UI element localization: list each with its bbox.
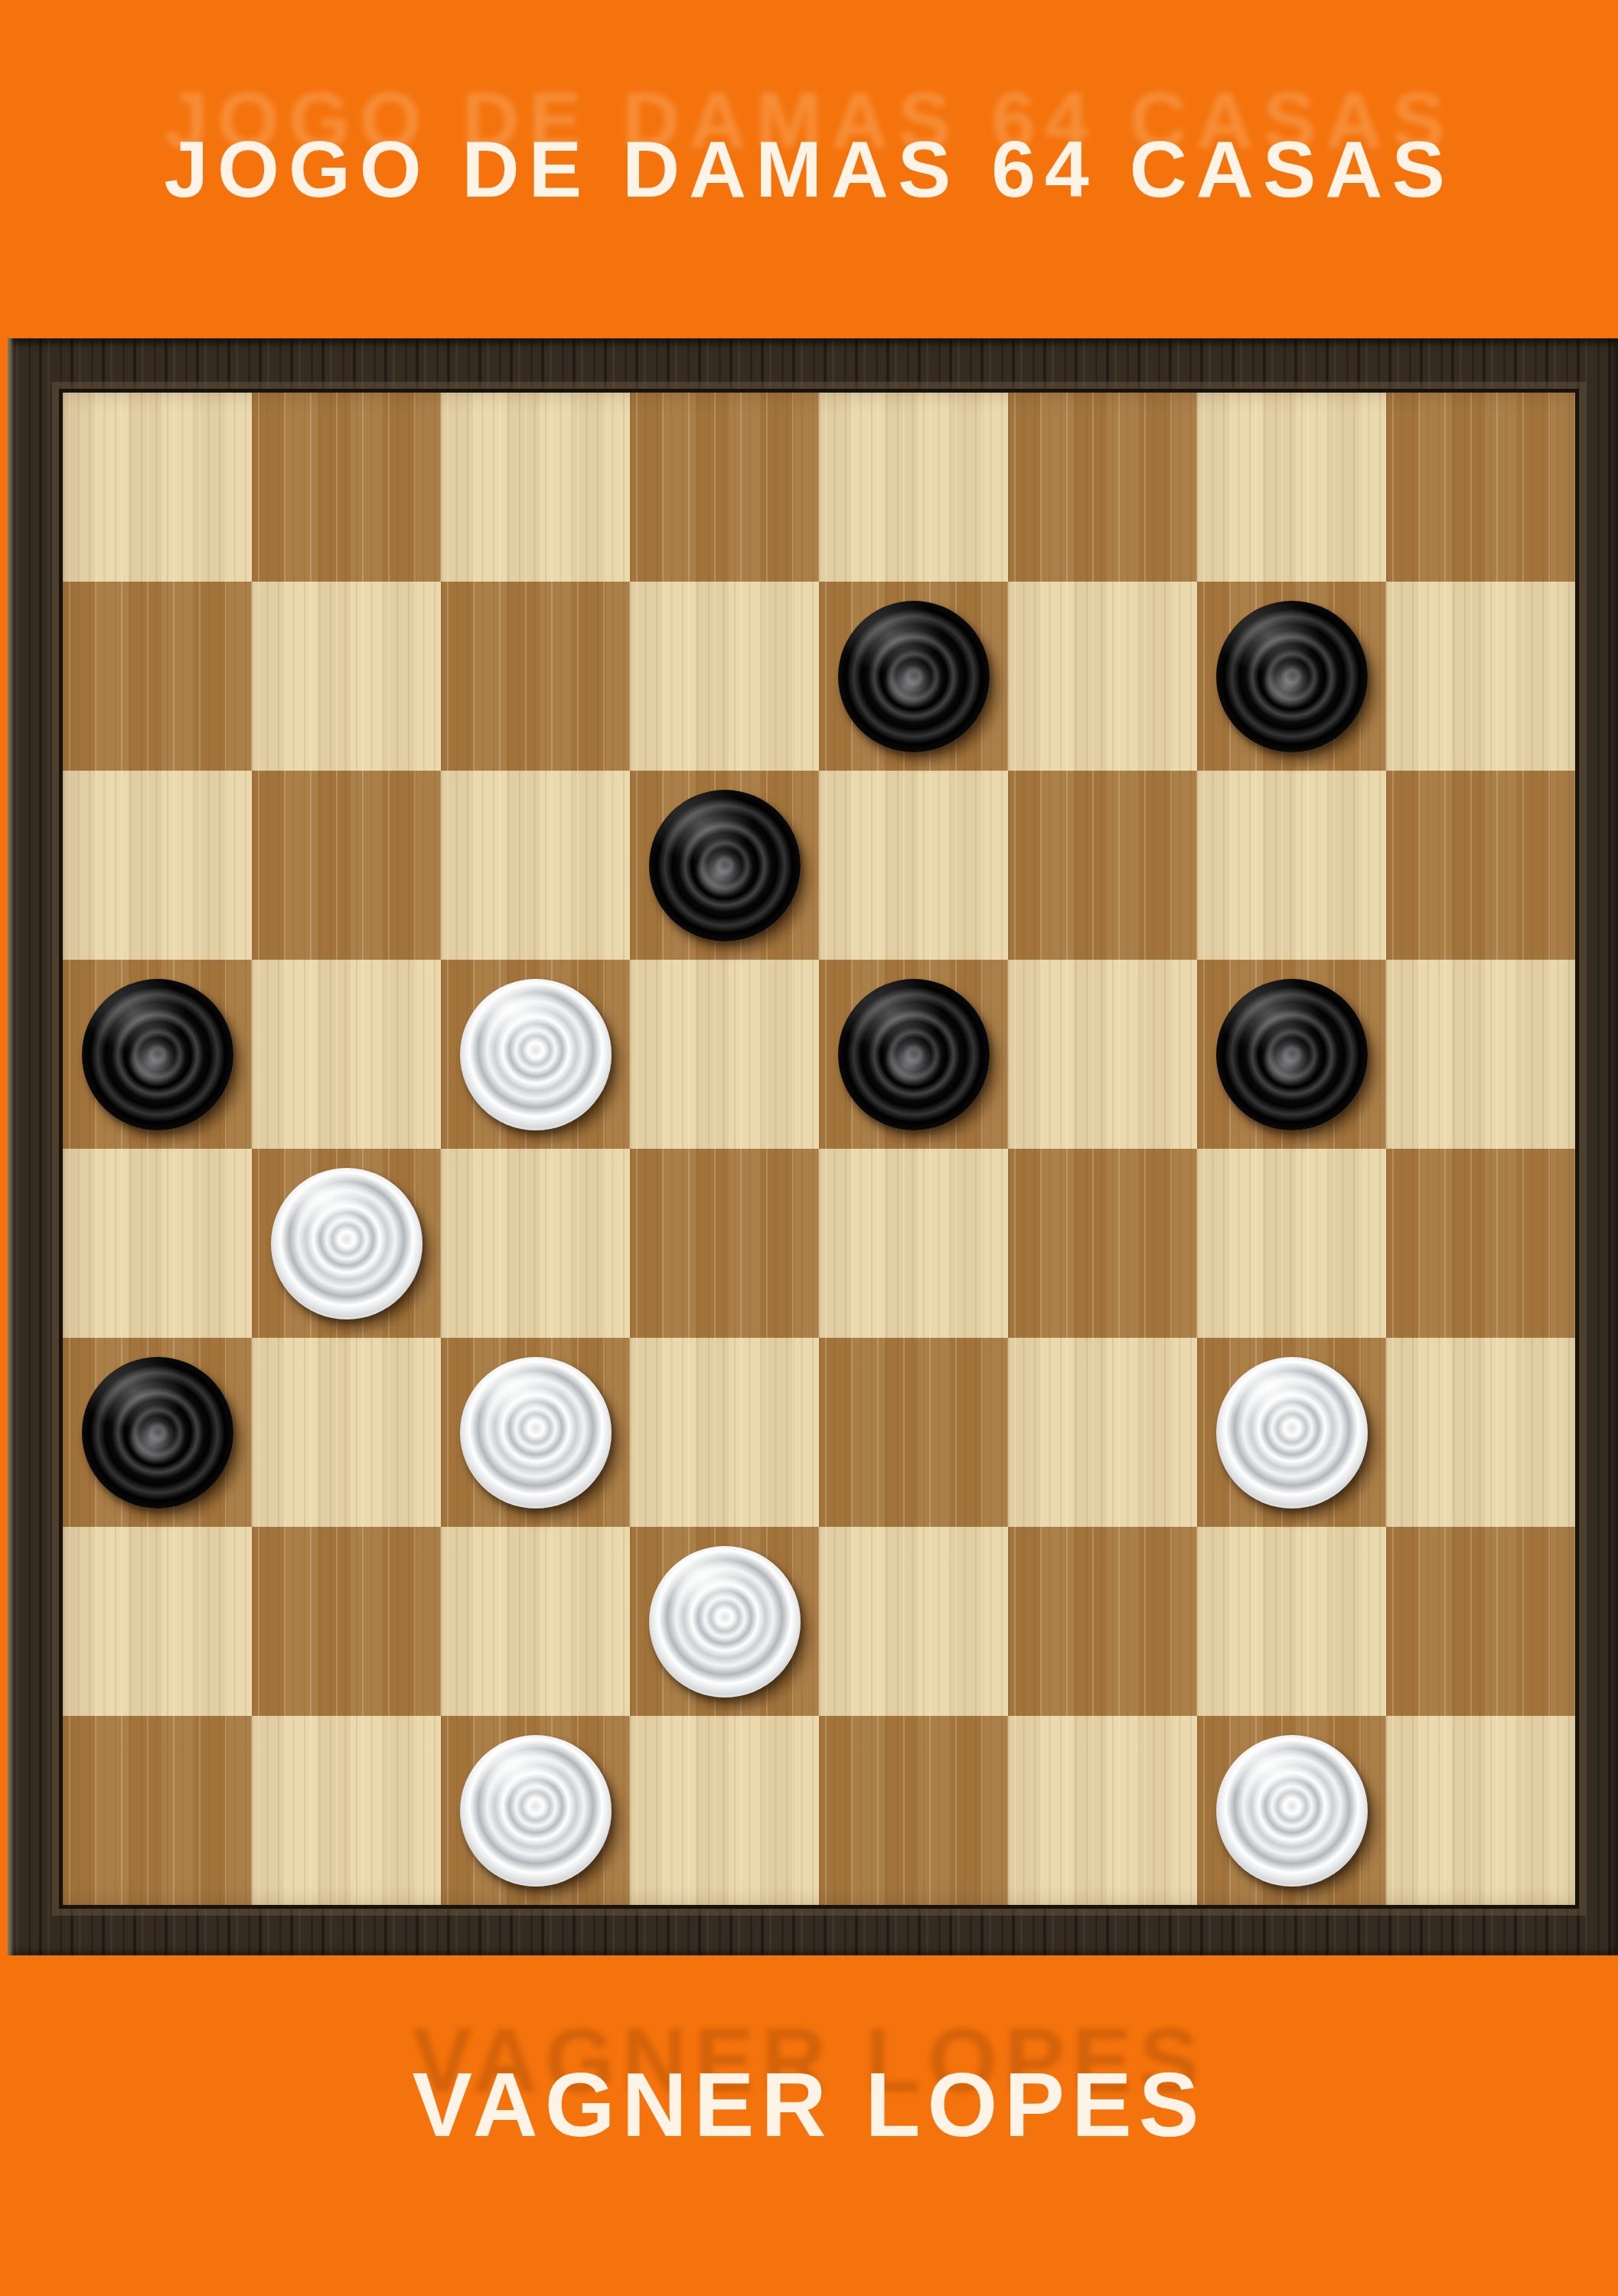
square-d3[interactable] — [630, 1338, 819, 1527]
square-f4[interactable] — [1008, 1149, 1197, 1338]
square-b7[interactable] — [252, 582, 441, 771]
square-g3[interactable] — [1197, 1338, 1386, 1527]
black-man-a3[interactable] — [82, 1357, 233, 1508]
page-title: JOGO DE DAMAS 64 CASAS — [164, 124, 1454, 215]
square-f6[interactable] — [1008, 771, 1197, 960]
black-man-d6[interactable] — [649, 790, 801, 941]
black-man-e7[interactable] — [838, 601, 990, 752]
square-d4[interactable] — [630, 1149, 819, 1338]
white-man-c5[interactable] — [460, 979, 612, 1130]
square-g8[interactable] — [1197, 393, 1386, 582]
square-c8[interactable] — [441, 393, 630, 582]
square-h3[interactable] — [1386, 1338, 1575, 1527]
square-h6[interactable] — [1386, 771, 1575, 960]
square-h2[interactable] — [1386, 1527, 1575, 1716]
square-f8[interactable] — [1008, 393, 1197, 582]
square-e2[interactable] — [819, 1527, 1008, 1716]
author-name: VAGNER LOPES — [413, 2053, 1206, 2157]
white-man-b4[interactable] — [271, 1168, 422, 1319]
square-g1[interactable] — [1197, 1716, 1386, 1905]
square-a5[interactable] — [63, 960, 252, 1149]
square-e8[interactable] — [819, 393, 1008, 582]
square-d1[interactable] — [630, 1716, 819, 1905]
black-man-g7[interactable] — [1216, 601, 1368, 752]
square-d5[interactable] — [630, 960, 819, 1149]
square-e5[interactable] — [819, 960, 1008, 1149]
square-d8[interactable] — [630, 393, 819, 582]
square-f2[interactable] — [1008, 1527, 1197, 1716]
square-f7[interactable] — [1008, 582, 1197, 771]
square-b8[interactable] — [252, 393, 441, 582]
square-h5[interactable] — [1386, 960, 1575, 1149]
square-c6[interactable] — [441, 771, 630, 960]
square-d2[interactable] — [630, 1527, 819, 1716]
square-a4[interactable] — [63, 1149, 252, 1338]
square-e1[interactable] — [819, 1716, 1008, 1905]
square-f5[interactable] — [1008, 960, 1197, 1149]
white-man-g3[interactable] — [1216, 1357, 1368, 1508]
square-h1[interactable] — [1386, 1716, 1575, 1905]
square-h8[interactable] — [1386, 393, 1575, 582]
square-c4[interactable] — [441, 1149, 630, 1338]
square-g6[interactable] — [1197, 771, 1386, 960]
square-a8[interactable] — [63, 393, 252, 582]
square-d7[interactable] — [630, 582, 819, 771]
square-b4[interactable] — [252, 1149, 441, 1338]
board-frame — [8, 338, 1618, 1955]
square-f3[interactable] — [1008, 1338, 1197, 1527]
board — [59, 389, 1579, 1909]
square-a6[interactable] — [63, 771, 252, 960]
white-man-c1[interactable] — [460, 1735, 612, 1887]
square-g4[interactable] — [1197, 1149, 1386, 1338]
square-c5[interactable] — [441, 960, 630, 1149]
square-b5[interactable] — [252, 960, 441, 1149]
white-man-g1[interactable] — [1216, 1735, 1368, 1887]
square-c2[interactable] — [441, 1527, 630, 1716]
square-c1[interactable] — [441, 1716, 630, 1905]
square-a1[interactable] — [63, 1716, 252, 1905]
square-e4[interactable] — [819, 1149, 1008, 1338]
square-e3[interactable] — [819, 1338, 1008, 1527]
square-h4[interactable] — [1386, 1149, 1575, 1338]
square-b1[interactable] — [252, 1716, 441, 1905]
square-f1[interactable] — [1008, 1716, 1197, 1905]
square-e7[interactable] — [819, 582, 1008, 771]
book-cover: JOGO DE DAMAS 64 CASAS VAGNER LOPES — [0, 0, 1618, 2296]
white-man-d2[interactable] — [649, 1546, 801, 1698]
footer-band: VAGNER LOPES — [0, 1955, 1618, 2296]
square-b3[interactable] — [252, 1338, 441, 1527]
square-a3[interactable] — [63, 1338, 252, 1527]
square-b6[interactable] — [252, 771, 441, 960]
square-d6[interactable] — [630, 771, 819, 960]
square-a2[interactable] — [63, 1527, 252, 1716]
title-band: JOGO DE DAMAS 64 CASAS — [0, 0, 1618, 338]
square-c3[interactable] — [441, 1338, 630, 1527]
square-g5[interactable] — [1197, 960, 1386, 1149]
square-h7[interactable] — [1386, 582, 1575, 771]
black-man-g5[interactable] — [1216, 979, 1368, 1130]
square-c7[interactable] — [441, 582, 630, 771]
square-g2[interactable] — [1197, 1527, 1386, 1716]
square-g7[interactable] — [1197, 582, 1386, 771]
square-e6[interactable] — [819, 771, 1008, 960]
white-man-c3[interactable] — [460, 1357, 612, 1508]
black-man-e5[interactable] — [838, 979, 990, 1130]
black-man-a5[interactable] — [82, 979, 233, 1130]
square-a7[interactable] — [63, 582, 252, 771]
square-b2[interactable] — [252, 1527, 441, 1716]
